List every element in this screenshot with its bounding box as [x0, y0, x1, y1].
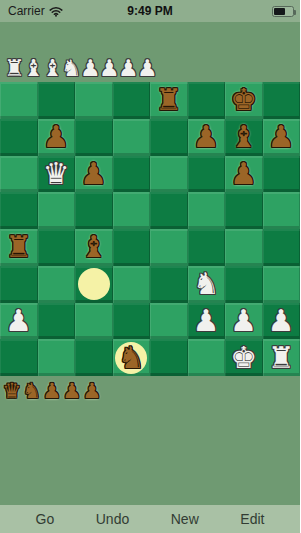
piece-white-pawn[interactable]: ♟ — [188, 303, 226, 340]
square-a4[interactable]: ♜ — [0, 229, 38, 266]
piece-black-pawn[interactable]: ♟ — [75, 156, 113, 193]
captured-white-pawn: ♟ — [80, 57, 99, 80]
square-a2[interactable]: ♟ — [0, 303, 38, 340]
square-e1[interactable] — [150, 339, 188, 376]
toolbar-button-go[interactable]: Go — [30, 509, 61, 529]
square-g6[interactable]: ♟ — [225, 156, 263, 193]
piece-white-king[interactable]: ♚ — [225, 339, 263, 376]
square-h2[interactable]: ♟ — [263, 303, 301, 340]
chess-board: ♜♚♟♟♝♟♛♟♟♜♝♞♟♟♟♟♞♚♜ — [0, 82, 300, 376]
piece-black-rook[interactable]: ♜ — [150, 82, 188, 119]
piece-black-knight[interactable]: ♞ — [113, 339, 151, 376]
square-c8[interactable] — [75, 82, 113, 119]
square-h7[interactable]: ♟ — [263, 119, 301, 156]
square-f5[interactable] — [188, 192, 226, 229]
square-f6[interactable] — [188, 156, 226, 193]
square-b4[interactable] — [38, 229, 76, 266]
captured-white-rook: ♜ — [4, 57, 23, 80]
square-e4[interactable] — [150, 229, 188, 266]
piece-black-rook[interactable]: ♜ — [0, 229, 38, 266]
square-h4[interactable] — [263, 229, 301, 266]
square-d6[interactable] — [113, 156, 151, 193]
square-e6[interactable] — [150, 156, 188, 193]
captured-white-pawn: ♟ — [118, 57, 137, 80]
piece-white-pawn[interactable]: ♟ — [225, 303, 263, 340]
square-f7[interactable]: ♟ — [188, 119, 226, 156]
piece-black-pawn[interactable]: ♟ — [38, 119, 76, 156]
captured-black-pawn: ♟ — [42, 381, 62, 402]
piece-black-pawn[interactable]: ♟ — [225, 156, 263, 193]
empty-area — [0, 402, 300, 505]
square-h1[interactable]: ♜ — [263, 339, 301, 376]
square-d1[interactable]: ♞ — [113, 339, 151, 376]
captured-black-pawn: ♟ — [82, 381, 102, 402]
captured-white-bishop: ♝ — [23, 57, 42, 80]
square-g4[interactable] — [225, 229, 263, 266]
square-f3[interactable]: ♞ — [188, 266, 226, 303]
carrier-label: Carrier — [8, 4, 45, 18]
captured-white-pawn: ♟ — [99, 57, 118, 80]
square-c4[interactable]: ♝ — [75, 229, 113, 266]
piece-white-rook[interactable]: ♜ — [263, 339, 301, 376]
square-b6[interactable]: ♛ — [38, 156, 76, 193]
square-e8[interactable]: ♜ — [150, 82, 188, 119]
square-c5[interactable] — [75, 192, 113, 229]
square-g8[interactable]: ♚ — [225, 82, 263, 119]
square-b3[interactable] — [38, 266, 76, 303]
piece-black-bishop[interactable]: ♝ — [225, 119, 263, 156]
square-d7[interactable] — [113, 119, 151, 156]
piece-white-pawn[interactable]: ♟ — [0, 303, 38, 340]
square-h8[interactable] — [263, 82, 301, 119]
square-a5[interactable] — [0, 192, 38, 229]
piece-white-queen[interactable]: ♛ — [38, 156, 76, 193]
square-g5[interactable] — [225, 192, 263, 229]
square-e3[interactable] — [150, 266, 188, 303]
captured-white-pieces-tray: ♜♝♝♞♟♟♟♟ — [0, 48, 300, 80]
captured-black-pawn: ♟ — [62, 381, 82, 402]
square-d5[interactable] — [113, 192, 151, 229]
wifi-icon — [49, 6, 63, 17]
square-c1[interactable] — [75, 339, 113, 376]
piece-white-pawn[interactable]: ♟ — [263, 303, 301, 340]
square-d4[interactable] — [113, 229, 151, 266]
square-f8[interactable] — [188, 82, 226, 119]
square-b5[interactable] — [38, 192, 76, 229]
square-a6[interactable] — [0, 156, 38, 193]
square-g7[interactable]: ♝ — [225, 119, 263, 156]
piece-black-king[interactable]: ♚ — [225, 82, 263, 119]
battery-icon — [272, 6, 294, 17]
square-h6[interactable] — [263, 156, 301, 193]
square-g1[interactable]: ♚ — [225, 339, 263, 376]
square-a7[interactable] — [0, 119, 38, 156]
captured-black-queen: ♛ — [2, 381, 22, 402]
move-highlight-c3 — [78, 268, 110, 300]
status-bar: Carrier 9:49 PM — [0, 0, 300, 22]
square-b1[interactable] — [38, 339, 76, 376]
square-f2[interactable]: ♟ — [188, 303, 226, 340]
square-e7[interactable] — [150, 119, 188, 156]
square-c3[interactable] — [75, 266, 113, 303]
square-a1[interactable] — [0, 339, 38, 376]
square-b2[interactable] — [38, 303, 76, 340]
square-c6[interactable]: ♟ — [75, 156, 113, 193]
square-d8[interactable] — [113, 82, 151, 119]
captured-black-knight: ♞ — [22, 381, 42, 402]
status-bar-right — [272, 6, 294, 17]
toolbar-button-edit[interactable]: Edit — [234, 509, 270, 529]
piece-black-pawn[interactable]: ♟ — [263, 119, 301, 156]
square-g3[interactable] — [225, 266, 263, 303]
square-c7[interactable] — [75, 119, 113, 156]
piece-black-bishop[interactable]: ♝ — [75, 229, 113, 266]
piece-black-pawn[interactable]: ♟ — [188, 119, 226, 156]
toolbar-button-new[interactable]: New — [165, 509, 205, 529]
piece-white-knight[interactable]: ♞ — [188, 266, 226, 303]
captured-white-bishop: ♝ — [42, 57, 61, 80]
bottom-toolbar: GoUndoNewEdit — [0, 505, 300, 533]
chess-app-screen: Carrier 9:49 PM ♜♝♝♞♟♟♟♟ ♜♚♟♟♝♟♛♟♟♜♝♞♟♟♟… — [0, 0, 300, 533]
square-h5[interactable] — [263, 192, 301, 229]
captured-white-pawn: ♟ — [137, 57, 156, 80]
square-a3[interactable] — [0, 266, 38, 303]
square-d3[interactable] — [113, 266, 151, 303]
square-c2[interactable] — [75, 303, 113, 340]
captured-white-knight: ♞ — [61, 57, 80, 80]
square-e2[interactable] — [150, 303, 188, 340]
square-b8[interactable] — [38, 82, 76, 119]
square-b7[interactable]: ♟ — [38, 119, 76, 156]
square-f4[interactable] — [188, 229, 226, 266]
square-a8[interactable] — [0, 82, 38, 119]
square-h3[interactable] — [263, 266, 301, 303]
square-g2[interactable]: ♟ — [225, 303, 263, 340]
square-f1[interactable] — [188, 339, 226, 376]
captured-black-pieces-tray: ♛♞♟♟♟ — [0, 376, 300, 402]
square-e5[interactable] — [150, 192, 188, 229]
status-bar-left: Carrier — [8, 4, 63, 18]
square-d2[interactable] — [113, 303, 151, 340]
toolbar-button-undo[interactable]: Undo — [90, 509, 135, 529]
